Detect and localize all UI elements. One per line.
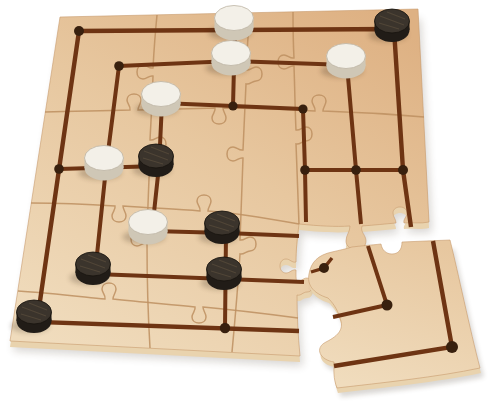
point-d1[interactable] — [220, 323, 230, 333]
point-g1[interactable] — [446, 341, 458, 353]
point-f4[interactable] — [351, 165, 361, 175]
point-e3[interactable] — [319, 263, 329, 273]
checker-top-face — [212, 41, 251, 66]
point-a7[interactable] — [74, 26, 84, 36]
checker-top-face — [215, 6, 254, 31]
checker-top-face — [327, 44, 366, 69]
point-f2[interactable] — [382, 300, 393, 311]
white-checker-d7[interactable] — [209, 6, 254, 41]
point-b6[interactable] — [114, 61, 124, 71]
checker-top-face — [129, 210, 168, 235]
checker-top-face — [85, 146, 124, 171]
checker-top-face — [142, 82, 181, 107]
point-e5[interactable] — [298, 104, 307, 113]
point-e4[interactable] — [300, 165, 310, 175]
detached-puzzle-piece[interactable] — [309, 240, 484, 397]
point-a4[interactable] — [54, 164, 64, 174]
point-g4[interactable] — [398, 165, 408, 175]
morris-puzzle-photo — [0, 0, 500, 417]
point-d5[interactable] — [228, 101, 237, 110]
